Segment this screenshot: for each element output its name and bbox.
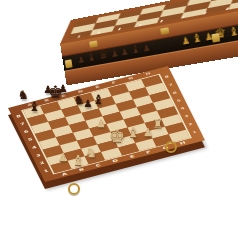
coordinate-label: 4: [31, 145, 37, 150]
coordinate-label: C: [95, 163, 101, 168]
coordinate-label: F: [145, 150, 151, 155]
light-n-piece: ♞: [85, 146, 97, 159]
stored-piece-p: ♟: [77, 55, 86, 65]
coordinate-label: 5: [27, 137, 33, 142]
coordinate-label: 1: [192, 130, 197, 134]
dark-p-piece: ♟: [84, 99, 93, 109]
coordinate-label: 3: [184, 114, 189, 118]
coordinate-label: 7: [168, 83, 173, 87]
coordinate-label: 8: [164, 75, 169, 79]
stored-piece-b: ♝: [130, 43, 142, 56]
light-k-piece: ♚: [109, 127, 125, 145]
brass-hinge-icon: [211, 33, 220, 43]
light-p-piece: ♟: [143, 127, 153, 138]
coordinate-label: D: [112, 158, 119, 163]
coordinate-label: 1: [43, 169, 49, 174]
dark-p-piece: ♟: [59, 84, 68, 94]
chess-set-product-photo: ♟♝♛♟♟♝♟ ♟♝♟♛♝♟ ABCDEFGH ABCDEFGH 8765432…: [0, 0, 238, 238]
dark-p-piece: ♟: [44, 85, 53, 95]
light-b-piece: ♝: [72, 153, 85, 167]
coordinate-label: G: [128, 76, 134, 80]
brass-hinge-icon: [65, 59, 73, 68]
folded-chess-box: ♟♝♛♟♟♝♟ ♟♝♟♛♝♟: [57, 0, 238, 82]
coordinate-label: 6: [23, 129, 29, 134]
light-p-piece: ♟: [58, 152, 68, 163]
chess-board: ABCDEFGH ABCDEFGH 87654321 87654321: [8, 66, 205, 182]
light-b-piece: ♝: [127, 125, 140, 139]
coordinate-label: 2: [188, 122, 193, 126]
coordinate-label: H: [179, 141, 186, 146]
brass-clasp-icon: [160, 27, 169, 35]
stored-piece-b: ♝: [191, 32, 203, 45]
coordinate-label: 7: [19, 122, 25, 127]
coordinate-label: F: [111, 81, 116, 85]
stored-piece-p: ♟: [181, 36, 191, 47]
stored-piece-q: ♛: [97, 48, 109, 62]
dark-b-piece: ♝: [92, 93, 104, 106]
coordinate-label: 4: [180, 106, 185, 110]
coordinate-label: 2: [39, 161, 45, 166]
dark-b-piece: ♝: [28, 100, 40, 113]
coordinate-label: A: [61, 172, 68, 177]
coordinate-label: 5: [176, 99, 181, 103]
stored-piece-p: ♟: [110, 49, 119, 59]
coordinate-label: 3: [35, 153, 41, 158]
coordinate-label: 6: [172, 91, 177, 95]
stored-piece-p: ♟: [142, 43, 152, 54]
stored-piece-b: ♝: [86, 51, 97, 64]
light-p-piece: ♟: [96, 118, 106, 129]
dark-n-piece: ♞: [18, 89, 29, 101]
coordinate-label: H: [145, 72, 151, 76]
stored-piece-b: ♝: [228, 25, 238, 38]
coordinate-label: E: [95, 85, 100, 89]
stored-piece-p: ♟: [120, 47, 129, 57]
brass-ring-clasp-icon: [68, 183, 80, 195]
coordinate-label: B: [78, 167, 85, 172]
light-r-piece: ♜: [153, 118, 164, 130]
coordinate-label: E: [129, 154, 135, 159]
brass-ring-clasp-icon: [165, 141, 177, 153]
brass-clasp-icon: [89, 40, 98, 47]
coordinate-label: 8: [15, 114, 21, 119]
